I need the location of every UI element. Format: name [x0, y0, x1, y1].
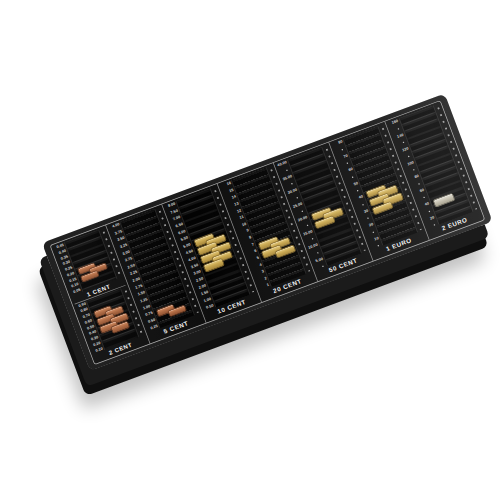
scale-mark: 140 — [393, 133, 404, 140]
scale-dot — [396, 141, 406, 146]
scale-dot — [300, 223, 310, 228]
scale-dot — [310, 251, 320, 256]
scale-mark: 35.00 — [281, 174, 292, 181]
scale-dot — [284, 182, 294, 187]
scale-dot — [391, 127, 401, 132]
scale-mark: 40 — [352, 195, 363, 202]
scale-dot — [295, 210, 305, 215]
scale-mark: 40.00 — [276, 160, 287, 167]
scale-dot — [411, 182, 421, 187]
scale-mark: 1.25 — [137, 297, 148, 304]
scale-mark: 3.25 — [117, 243, 128, 250]
tray-grid: 0.450.400.350.300.250.200.150.100.051 CE… — [50, 100, 486, 365]
scale-mark: 6.50 — [172, 222, 183, 229]
scale-mark: 5.00 — [312, 257, 323, 264]
scale-dot — [401, 155, 411, 160]
scale-mark: 10.00 — [307, 243, 318, 250]
scale-mark: 80 — [332, 140, 343, 147]
scale-mark: 50 — [347, 181, 358, 188]
scale-mark: 70 — [337, 154, 348, 161]
scale-mark: 5 — [248, 256, 259, 263]
scale-mark: 40 — [418, 202, 429, 209]
scale-dot — [305, 237, 315, 242]
scale-mark: 10 — [368, 236, 379, 243]
scale-mark: 100 — [403, 160, 414, 167]
scale-mark: 20 — [363, 222, 374, 229]
scale-mark: 25.00 — [292, 202, 303, 209]
scale-dot — [406, 168, 416, 173]
scale-mark: 80 — [408, 174, 419, 181]
scale-mark: 60 — [342, 167, 353, 174]
scale-dot — [289, 196, 299, 201]
scale-mark: 30.00 — [286, 188, 297, 195]
scale-mark: 120 — [398, 147, 409, 154]
product-photo-scene: 0.450.400.350.300.250.200.150.100.051 CE… — [0, 0, 500, 500]
scale-mark: 30 — [358, 209, 369, 216]
scale-dot — [335, 148, 345, 153]
scale-dot — [279, 168, 289, 173]
scale-mark: 160 — [388, 119, 399, 126]
scale-mark: 15.00 — [302, 229, 313, 236]
scale-dot — [366, 230, 376, 235]
coin — [432, 193, 455, 208]
scale-dot — [355, 203, 365, 208]
scale-mark: 60 — [413, 188, 424, 195]
coin-tray: 0.450.400.350.300.250.200.150.100.051 CE… — [42, 94, 493, 371]
scale-mark: 20 — [424, 215, 435, 222]
scale-dot — [421, 210, 431, 215]
scale-dot — [416, 196, 426, 201]
scale-dot — [361, 217, 371, 222]
scale-dot — [350, 189, 360, 194]
scale-mark: 20.00 — [297, 215, 308, 222]
scale-dot — [345, 175, 355, 180]
scale-mark: 13 — [228, 202, 239, 209]
scale-mark: 2.50 — [193, 277, 204, 284]
scale-dot — [340, 162, 350, 167]
